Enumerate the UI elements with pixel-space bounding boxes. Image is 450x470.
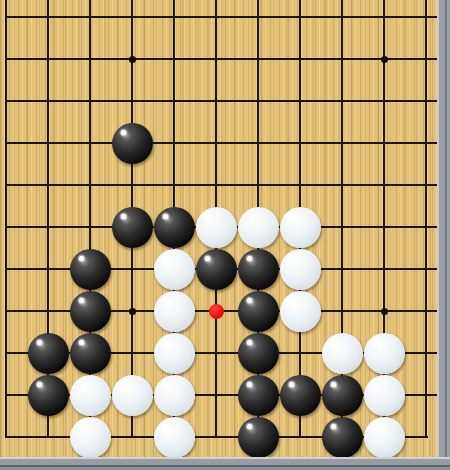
go-client-viewport: [0, 0, 450, 470]
white-stone: [112, 375, 153, 416]
white-stone: [154, 417, 195, 458]
white-stone: [280, 249, 321, 290]
white-stone: [154, 249, 195, 290]
black-stone: [196, 249, 237, 290]
white-stone: [364, 333, 405, 374]
scrollbar-bottom: [0, 457, 450, 470]
white-stone: [280, 207, 321, 248]
white-stone: [364, 417, 405, 458]
black-stone: [238, 333, 279, 374]
scrollbar-right: [437, 0, 450, 470]
black-stone: [28, 375, 69, 416]
white-stone: [322, 333, 363, 374]
black-stone: [70, 291, 111, 332]
stone-grid: [0, 0, 447, 458]
star-point: [381, 308, 388, 315]
white-stone: [280, 291, 321, 332]
white-stone: [196, 207, 237, 248]
white-stone: [154, 291, 195, 332]
black-stone: [238, 291, 279, 332]
black-stone: [28, 333, 69, 374]
star-point: [129, 56, 136, 63]
black-stone: [70, 249, 111, 290]
black-stone: [112, 207, 153, 248]
black-stone: [112, 123, 153, 164]
black-stone: [322, 417, 363, 458]
white-stone: [70, 417, 111, 458]
star-point: [129, 308, 136, 315]
star-point: [381, 56, 388, 63]
black-stone: [238, 417, 279, 458]
black-stone: [280, 375, 321, 416]
last-move-marker: [209, 304, 224, 319]
white-stone: [70, 375, 111, 416]
white-stone: [154, 333, 195, 374]
black-stone: [238, 375, 279, 416]
white-stone: [364, 375, 405, 416]
white-stone: [154, 375, 195, 416]
black-stone: [70, 333, 111, 374]
black-stone: [322, 375, 363, 416]
white-stone: [238, 207, 279, 248]
black-stone: [238, 249, 279, 290]
goban[interactable]: [0, 0, 450, 470]
black-stone: [154, 207, 195, 248]
